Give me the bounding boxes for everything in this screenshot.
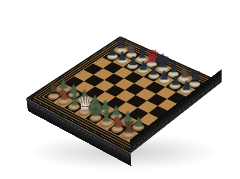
square-c5 (104, 73, 124, 85)
black-pawn-icon: ♟ (127, 55, 137, 67)
square-a6 (93, 57, 112, 68)
black-pawn-icon: ♟ (148, 65, 159, 77)
black-pawn-icon: ♟ (117, 51, 127, 63)
black-pawn-icon: ♟ (170, 75, 181, 87)
black-pawn-icon: ♟ (181, 80, 192, 92)
perspective-scene: ♜♞♝♛♚♝♞♜♟♟♟♟♟♟♟♟♟♟♟♟♟♟♟♟♜♞♝♛♚♝♞♜ (0, 0, 240, 179)
chess-board-box: ♜♞♝♛♚♝♞♜♟♟♟♟♟♟♟♟♟♟♟♟♟♟♟♟♜♞♝♛♚♝♞♜ (26, 36, 222, 153)
black-pawn-icon: ♟ (138, 60, 148, 72)
white-rook-icon: ♜ (122, 120, 136, 136)
square-c4 (94, 80, 114, 92)
black-pawn-icon: ♟ (107, 46, 117, 57)
black-pawn-icon: ♟ (159, 70, 170, 82)
chess-set-photo: ♜♞♝♛♚♝♞♜♟♟♟♟♟♟♟♟♟♟♟♟♟♟♟♟♜♞♝♛♚♝♞♜ (0, 0, 240, 179)
square-b6 (103, 62, 123, 73)
